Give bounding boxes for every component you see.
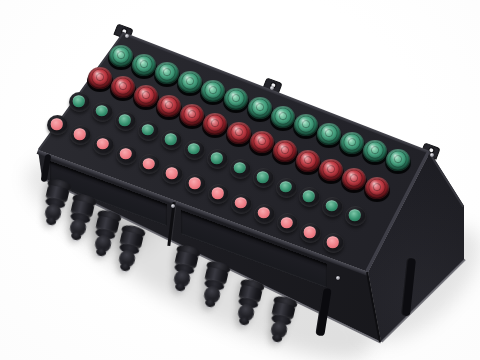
push-button-pink [208,184,229,204]
push-button-green [230,159,251,179]
push-button-cap [187,143,200,155]
push-button-cap [302,190,315,202]
push-button-pink [254,204,275,224]
push-button-cap [233,162,246,174]
push-button-cap [210,152,223,164]
indicator-lamp-red [342,168,366,190]
lid-screw [125,34,129,38]
indicator-lamp-green [340,132,364,154]
push-button-green [115,111,136,131]
push-button-cap [73,128,86,140]
push-button-cap [280,217,293,229]
push-button-cap [72,95,85,107]
indicator-lamp-red [273,140,297,162]
push-button-cap [326,236,339,248]
indicator-lamp-red [88,67,112,89]
push-button-green [276,178,297,198]
push-button-cap [50,118,63,130]
lid-screw [430,153,434,157]
push-button-green [207,149,228,169]
push-button-cap [95,105,108,117]
push-button-pink [185,174,206,194]
push-button-cap [164,133,177,145]
indicator-lamp-red [157,95,181,117]
push-button-green [299,187,320,207]
indicator-lamp-green [248,97,272,119]
push-button-pink [93,135,114,155]
indicator-lamp-green [271,106,295,128]
push-button-green [92,102,113,122]
push-button-pink [70,125,91,145]
push-button-green [322,197,343,217]
indicator-lamp-green [201,80,225,102]
indicator-lamp-green [386,149,410,171]
push-button-green [161,130,182,150]
push-button-cap [96,138,109,150]
lid-screw [171,204,175,208]
push-button-pink [277,213,298,233]
push-button-cap [256,171,269,183]
push-button-pink [323,233,344,253]
push-button-cap [141,124,154,136]
indicator-lamp-green [109,45,133,67]
push-button-cap [142,158,155,170]
indicator-lamp-green [317,123,341,145]
push-button-cap [257,207,270,219]
push-button-pink [300,223,321,243]
push-button-green [253,168,274,188]
push-button-cap [119,148,132,160]
push-button-cap [303,227,316,239]
push-button-cap [165,168,178,180]
indicator-lamp-red [319,159,343,181]
push-button-cap [211,187,224,199]
indicator-lamp-green [132,54,156,76]
indicator-lamp-red [365,177,389,199]
push-button-green [69,92,90,112]
control-station-photo [0,0,480,360]
push-button-cap [188,177,201,189]
indicator-lamp-red [296,150,320,172]
push-button-cap [234,197,247,209]
push-button-pink [162,164,183,184]
push-button-cap [279,181,292,193]
push-button-cap [325,200,338,212]
push-button-pink [231,194,252,214]
indicator-lamp-red [250,131,274,153]
indicator-lamp-red [180,104,204,126]
push-button-pink [139,154,160,174]
lid-screw [336,276,340,280]
lid-screw [270,86,274,90]
push-button-green [184,140,205,160]
indicator-lamp-red [227,122,251,144]
push-button-cap [118,114,131,126]
push-button-pink [47,115,68,135]
push-button-pink [116,145,137,165]
indicator-lamp-green [294,114,318,136]
push-button-green [138,121,159,141]
push-button-green [345,206,366,226]
push-button-cap [348,209,361,221]
